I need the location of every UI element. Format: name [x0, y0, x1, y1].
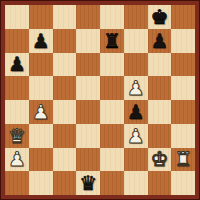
square-a4[interactable] [5, 100, 29, 124]
white-rook-h2: ♜ [174, 149, 192, 169]
square-c1[interactable] [53, 171, 77, 195]
square-h7[interactable] [171, 29, 195, 53]
square-f1[interactable] [124, 171, 148, 195]
square-c3[interactable] [53, 124, 77, 148]
black-pawn-f4: ♟ [127, 102, 145, 122]
black-pawn-a6: ♟ [8, 54, 26, 74]
square-c7[interactable] [53, 29, 77, 53]
square-g2[interactable]: ♚ [148, 148, 172, 172]
square-f4[interactable]: ♟ [124, 100, 148, 124]
square-h1[interactable] [171, 171, 195, 195]
square-h6[interactable] [171, 53, 195, 77]
square-e2[interactable] [100, 148, 124, 172]
square-b6[interactable] [29, 53, 53, 77]
square-a7[interactable] [5, 29, 29, 53]
square-f6[interactable] [124, 53, 148, 77]
square-g6[interactable] [148, 53, 172, 77]
square-b8[interactable] [29, 5, 53, 29]
square-a2[interactable]: ♟ [5, 148, 29, 172]
square-f2[interactable] [124, 148, 148, 172]
square-a1[interactable] [5, 171, 29, 195]
square-f5[interactable]: ♟ [124, 76, 148, 100]
square-f8[interactable] [124, 5, 148, 29]
white-king-g2: ♚ [150, 149, 168, 169]
square-e7[interactable]: ♜ [100, 29, 124, 53]
black-pawn-g7: ♟ [150, 31, 168, 51]
square-a5[interactable] [5, 76, 29, 100]
square-b5[interactable] [29, 76, 53, 100]
chess-board: ♚♟♜♟♟♟♟♟♛♟♟♚♜♛ [5, 5, 195, 195]
square-a3[interactable]: ♛ [5, 124, 29, 148]
square-h4[interactable] [171, 100, 195, 124]
square-d3[interactable] [76, 124, 100, 148]
square-d4[interactable] [76, 100, 100, 124]
square-g3[interactable] [148, 124, 172, 148]
square-g7[interactable]: ♟ [148, 29, 172, 53]
square-d8[interactable] [76, 5, 100, 29]
square-h8[interactable] [171, 5, 195, 29]
white-pawn-f3: ♟ [127, 126, 145, 146]
square-b3[interactable] [29, 124, 53, 148]
square-d2[interactable] [76, 148, 100, 172]
white-queen-a3: ♛ [8, 126, 26, 146]
square-e6[interactable] [100, 53, 124, 77]
black-rook-e7: ♜ [103, 31, 121, 51]
square-a6[interactable]: ♟ [5, 53, 29, 77]
black-pawn-b7: ♟ [32, 31, 50, 51]
square-h5[interactable] [171, 76, 195, 100]
white-pawn-f5: ♟ [127, 78, 145, 98]
square-h3[interactable] [171, 124, 195, 148]
square-e5[interactable] [100, 76, 124, 100]
board-frame: ♚♟♜♟♟♟♟♟♛♟♟♚♜♛ [0, 0, 200, 200]
square-c2[interactable] [53, 148, 77, 172]
square-b1[interactable] [29, 171, 53, 195]
square-d6[interactable] [76, 53, 100, 77]
square-d7[interactable] [76, 29, 100, 53]
black-king-g8: ♚ [150, 7, 168, 27]
white-pawn-a2: ♟ [8, 149, 26, 169]
square-b2[interactable] [29, 148, 53, 172]
square-e4[interactable] [100, 100, 124, 124]
white-pawn-b4: ♟ [32, 102, 50, 122]
square-c6[interactable] [53, 53, 77, 77]
square-e3[interactable] [100, 124, 124, 148]
square-d1[interactable]: ♛ [76, 171, 100, 195]
square-c8[interactable] [53, 5, 77, 29]
square-b4[interactable]: ♟ [29, 100, 53, 124]
square-h2[interactable]: ♜ [171, 148, 195, 172]
square-e8[interactable] [100, 5, 124, 29]
square-b7[interactable]: ♟ [29, 29, 53, 53]
square-c4[interactable] [53, 100, 77, 124]
black-queen-d1: ♛ [79, 173, 97, 193]
square-e1[interactable] [100, 171, 124, 195]
square-f3[interactable]: ♟ [124, 124, 148, 148]
square-a8[interactable] [5, 5, 29, 29]
square-g1[interactable] [148, 171, 172, 195]
square-f7[interactable] [124, 29, 148, 53]
square-g8[interactable]: ♚ [148, 5, 172, 29]
square-d5[interactable] [76, 76, 100, 100]
square-c5[interactable] [53, 76, 77, 100]
square-g5[interactable] [148, 76, 172, 100]
square-g4[interactable] [148, 100, 172, 124]
